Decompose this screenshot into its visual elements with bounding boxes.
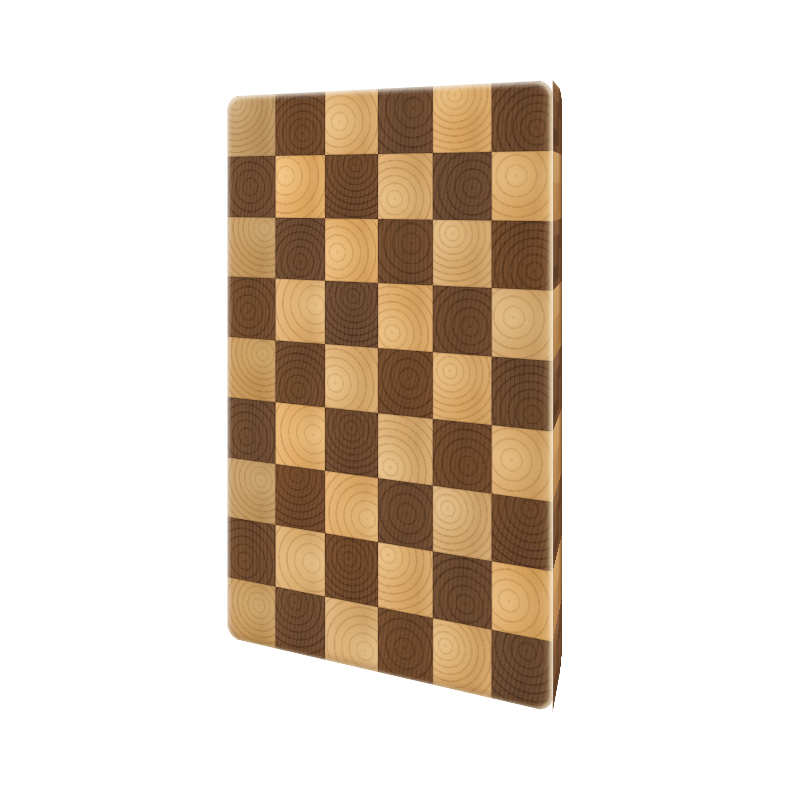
board-front-face: [228, 80, 553, 712]
board-square: [433, 152, 491, 220]
board-square: [275, 464, 325, 534]
board-square: [228, 517, 276, 587]
board-square: [433, 219, 491, 288]
board-square: [275, 587, 325, 660]
board-square: [378, 283, 433, 352]
board-square: [228, 397, 276, 464]
board-square: [325, 154, 378, 219]
board-square: [378, 542, 433, 618]
board-square: [433, 83, 491, 152]
board-square: [325, 344, 378, 413]
board-square: [433, 485, 491, 561]
board-square: [228, 577, 276, 648]
board-square: [491, 151, 553, 221]
cutting-board: [228, 80, 553, 712]
product-photo-scene: [0, 0, 800, 800]
board-square: [491, 630, 553, 713]
board-square: [433, 352, 491, 425]
board-square: [228, 337, 276, 402]
board-square: [491, 562, 553, 643]
board-square: [275, 155, 325, 218]
board-square: [325, 470, 378, 542]
board-square: [325, 597, 378, 672]
board-square: [275, 92, 325, 156]
board-square: [228, 156, 276, 218]
board-square: [325, 534, 378, 608]
board-square: [378, 607, 433, 685]
side-edge-block: [553, 218, 562, 291]
board-square: [378, 348, 433, 419]
board-square: [491, 493, 553, 572]
board-side-edge: [553, 80, 562, 712]
board-square: [491, 288, 553, 361]
board-square: [275, 279, 325, 344]
board-square: [325, 281, 378, 348]
side-edge-block: [553, 80, 562, 154]
board-square: [228, 94, 276, 156]
board-square: [433, 419, 491, 494]
board-square: [378, 219, 433, 286]
board-square: [275, 217, 325, 281]
board-square: [433, 618, 491, 698]
board-square: [491, 80, 553, 151]
board-square: [378, 478, 433, 552]
board-square: [275, 340, 325, 407]
board-square: [325, 218, 378, 283]
board-square: [491, 220, 553, 291]
board-square: [275, 402, 325, 470]
side-edge-block: [553, 151, 562, 221]
board-square: [275, 525, 325, 597]
board-square: [325, 407, 378, 477]
board-square: [228, 457, 276, 525]
board-square: [491, 425, 553, 502]
board-square: [378, 86, 433, 154]
board-square: [433, 552, 491, 630]
board-square: [491, 357, 553, 432]
board-square: [378, 153, 433, 220]
board-square: [433, 286, 491, 357]
board-square: [228, 277, 276, 341]
board-square: [325, 89, 378, 155]
board-square: [378, 413, 433, 485]
board-square: [228, 217, 276, 279]
